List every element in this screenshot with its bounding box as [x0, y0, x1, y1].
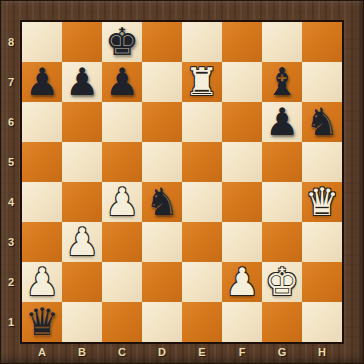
square-g2[interactable]: ♚	[262, 262, 302, 302]
square-a7[interactable]: ♟	[22, 62, 62, 102]
square-d3[interactable]	[142, 222, 182, 262]
piece-white-pawn-a2[interactable]: ♟	[22, 262, 62, 302]
square-b1[interactable]	[62, 302, 102, 342]
rank-label-8: 8	[0, 22, 22, 62]
square-c8[interactable]: ♚	[102, 22, 142, 62]
file-label-b: B	[62, 342, 102, 364]
rank-label-3: 3	[0, 222, 22, 262]
square-c1[interactable]	[102, 302, 142, 342]
square-g7[interactable]: ♝	[262, 62, 302, 102]
piece-white-pawn-b3[interactable]: ♟	[62, 222, 102, 262]
piece-white-rook-e7[interactable]: ♜	[182, 62, 222, 102]
square-g5[interactable]	[262, 142, 302, 182]
square-g3[interactable]	[262, 222, 302, 262]
square-e2[interactable]	[182, 262, 222, 302]
square-h2[interactable]	[302, 262, 342, 302]
square-d8[interactable]	[142, 22, 182, 62]
square-f4[interactable]	[222, 182, 262, 222]
square-b8[interactable]	[62, 22, 102, 62]
board: ♚♟♟♟♜♝♟♞♟♞♛♟♟♟♚♛	[22, 22, 342, 342]
square-b6[interactable]	[62, 102, 102, 142]
square-h6[interactable]: ♞	[302, 102, 342, 142]
rank-label-4: 4	[0, 182, 22, 222]
rank-label-6: 6	[0, 102, 22, 142]
chess-board-frame: 87654321 ABCDEFGH ♚♟♟♟♜♝♟♞♟♞♛♟♟♟♚♛	[0, 0, 364, 364]
file-label-e: E	[182, 342, 222, 364]
square-c4[interactable]: ♟	[102, 182, 142, 222]
square-f7[interactable]	[222, 62, 262, 102]
square-a6[interactable]	[22, 102, 62, 142]
file-label-d: D	[142, 342, 182, 364]
square-h7[interactable]	[302, 62, 342, 102]
square-a2[interactable]: ♟	[22, 262, 62, 302]
square-h3[interactable]	[302, 222, 342, 262]
rank-label-7: 7	[0, 62, 22, 102]
rank-labels: 87654321	[0, 22, 22, 342]
square-h1[interactable]	[302, 302, 342, 342]
file-labels: ABCDEFGH	[22, 342, 342, 364]
square-h4[interactable]: ♛	[302, 182, 342, 222]
rank-label-5: 5	[0, 142, 22, 182]
piece-black-bishop-g7[interactable]: ♝	[262, 62, 302, 102]
square-b5[interactable]	[62, 142, 102, 182]
square-a8[interactable]	[22, 22, 62, 62]
rank-label-1: 1	[0, 302, 22, 342]
file-label-g: G	[262, 342, 302, 364]
square-g1[interactable]	[262, 302, 302, 342]
square-c5[interactable]	[102, 142, 142, 182]
square-e7[interactable]: ♜	[182, 62, 222, 102]
piece-black-pawn-g6[interactable]: ♟	[262, 102, 302, 142]
square-b3[interactable]: ♟	[62, 222, 102, 262]
square-c7[interactable]: ♟	[102, 62, 142, 102]
piece-black-knight-d4[interactable]: ♞	[142, 182, 182, 222]
square-d1[interactable]	[142, 302, 182, 342]
square-e8[interactable]	[182, 22, 222, 62]
square-b7[interactable]: ♟	[62, 62, 102, 102]
square-f3[interactable]	[222, 222, 262, 262]
piece-black-pawn-b7[interactable]: ♟	[62, 62, 102, 102]
square-a3[interactable]	[22, 222, 62, 262]
file-label-f: F	[222, 342, 262, 364]
square-d2[interactable]	[142, 262, 182, 302]
piece-black-pawn-a7[interactable]: ♟	[22, 62, 62, 102]
square-f5[interactable]	[222, 142, 262, 182]
piece-black-queen-a1[interactable]: ♛	[22, 302, 62, 342]
piece-black-pawn-c7[interactable]: ♟	[102, 62, 142, 102]
square-d7[interactable]	[142, 62, 182, 102]
square-g6[interactable]: ♟	[262, 102, 302, 142]
square-d4[interactable]: ♞	[142, 182, 182, 222]
square-h5[interactable]	[302, 142, 342, 182]
piece-white-pawn-f2[interactable]: ♟	[222, 262, 262, 302]
rank-label-2: 2	[0, 262, 22, 302]
piece-white-queen-h4[interactable]: ♛	[302, 182, 342, 222]
square-f1[interactable]	[222, 302, 262, 342]
file-label-a: A	[22, 342, 62, 364]
square-c6[interactable]	[102, 102, 142, 142]
square-a5[interactable]	[22, 142, 62, 182]
square-d5[interactable]	[142, 142, 182, 182]
piece-black-knight-h6[interactable]: ♞	[302, 102, 342, 142]
square-e4[interactable]	[182, 182, 222, 222]
square-e5[interactable]	[182, 142, 222, 182]
square-g8[interactable]	[262, 22, 302, 62]
file-label-c: C	[102, 342, 142, 364]
square-e1[interactable]	[182, 302, 222, 342]
square-d6[interactable]	[142, 102, 182, 142]
piece-black-king-c8[interactable]: ♚	[102, 22, 142, 62]
square-f2[interactable]: ♟	[222, 262, 262, 302]
square-a4[interactable]	[22, 182, 62, 222]
piece-white-pawn-c4[interactable]: ♟	[102, 182, 142, 222]
square-c2[interactable]	[102, 262, 142, 302]
square-e3[interactable]	[182, 222, 222, 262]
square-c3[interactable]	[102, 222, 142, 262]
square-b4[interactable]	[62, 182, 102, 222]
square-e6[interactable]	[182, 102, 222, 142]
square-h8[interactable]	[302, 22, 342, 62]
square-g4[interactable]	[262, 182, 302, 222]
file-label-h: H	[302, 342, 342, 364]
piece-white-king-g2[interactable]: ♚	[262, 262, 302, 302]
square-f6[interactable]	[222, 102, 262, 142]
square-b2[interactable]	[62, 262, 102, 302]
square-a1[interactable]: ♛	[22, 302, 62, 342]
square-f8[interactable]	[222, 22, 262, 62]
